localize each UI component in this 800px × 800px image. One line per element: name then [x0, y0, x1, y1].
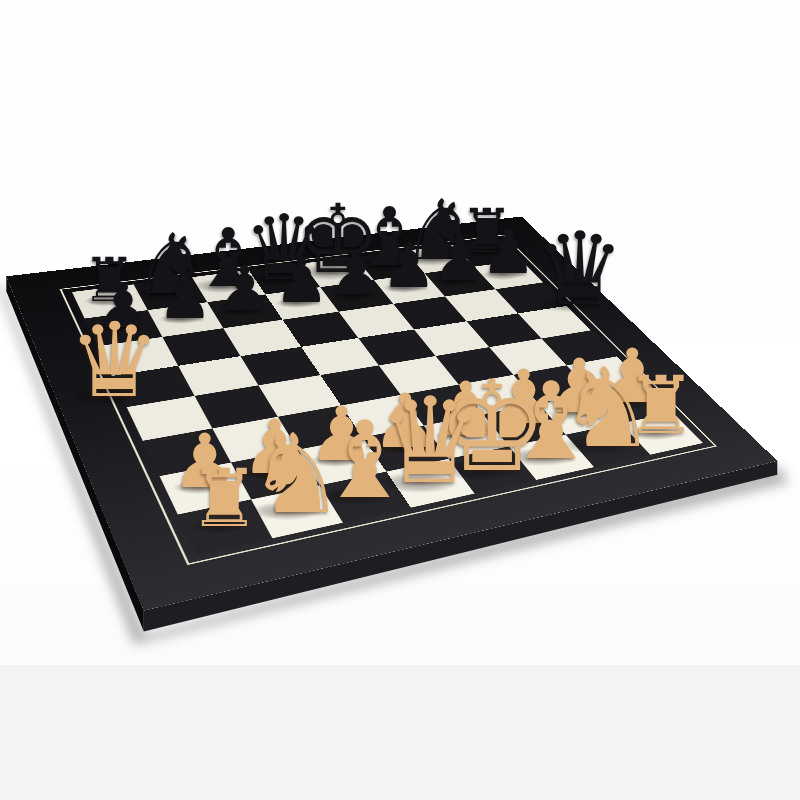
chess-set-product-photo: ♜♞♝♛♚♝♞♜♟♟♟♟♟♟♟♟♟♟♟♟♟♟♟♟♜♞♝♛♚♝♞♜♛♛ [0, 0, 800, 800]
